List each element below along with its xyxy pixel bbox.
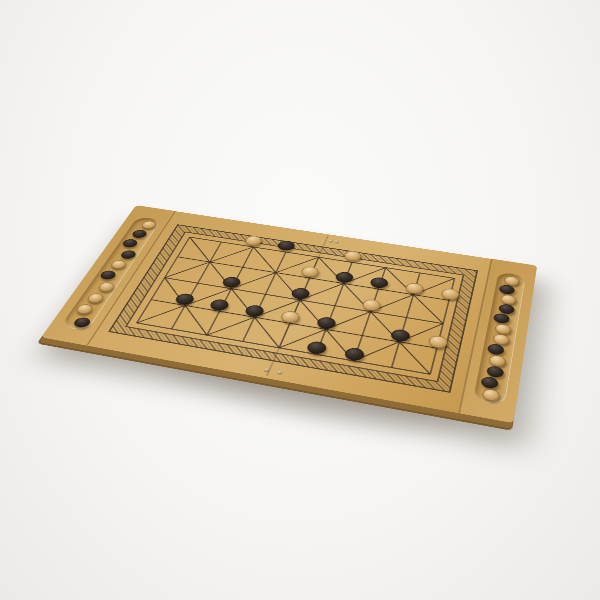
light-peg-c9r2[interactable] [440,287,460,300]
dark-peg-c6r5[interactable] [305,340,328,355]
light-peg-c5r4[interactable] [279,310,301,324]
light-peg-c6r1[interactable] [343,250,363,262]
light-peg-c7r3[interactable] [361,298,382,312]
light-peg-c5r2[interactable] [300,265,321,278]
dark-peg-c7r2[interactable] [369,276,390,289]
dark-peg-c6r2[interactable] [334,271,355,284]
dark-peg-c2r4[interactable] [173,292,196,305]
dark-peg-c3r3[interactable] [221,276,243,289]
light-peg-c8r2[interactable] [404,282,424,295]
light-peg-c9r4[interactable] [427,334,449,349]
dark-peg-c6r4[interactable] [315,316,337,330]
dark-peg-c5r3[interactable] [290,287,312,300]
light-peg-c3r1[interactable] [243,235,264,247]
dark-peg-c4r4[interactable] [243,304,266,318]
dark-peg-c8r4[interactable] [390,328,412,343]
dark-peg-c7r5[interactable] [343,347,366,362]
dark-peg-c4r1[interactable] [276,240,297,252]
dark-peg-c3r4[interactable] [208,298,231,312]
